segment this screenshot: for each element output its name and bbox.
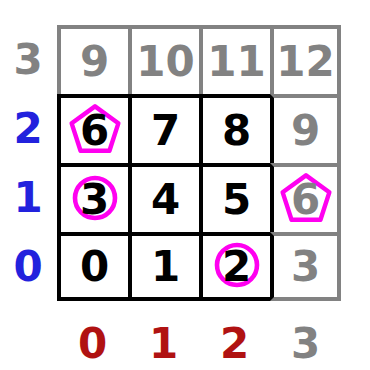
- grid-cell-x2-y1[interactable]: 5: [199, 163, 270, 232]
- cell-value: 4: [151, 179, 180, 221]
- cell-value: 6: [80, 110, 109, 152]
- cell-value: 6: [291, 179, 320, 221]
- cell-value: 9: [80, 41, 109, 83]
- row-labels: 3210: [6, 25, 50, 301]
- cell-value: 12: [276, 41, 334, 83]
- cell-value: 8: [222, 110, 251, 152]
- cell-value: 3: [80, 179, 109, 221]
- cell-value: 5: [222, 179, 251, 221]
- col-labels: 0123: [57, 318, 341, 370]
- grid-cell-x3-y1[interactable]: 6: [270, 163, 341, 232]
- cell-value: 3: [291, 246, 320, 288]
- cell-value: 2: [222, 246, 251, 288]
- grid-cell-x0-y1[interactable]: 3: [57, 163, 128, 232]
- col-label-2: 2: [199, 318, 270, 370]
- cell-value: 10: [136, 41, 194, 83]
- row-label-3: 3: [6, 25, 50, 94]
- grid-cell-x1-y0[interactable]: 1: [128, 232, 199, 301]
- grid-cell-x1-y3[interactable]: 10: [128, 25, 199, 94]
- grid-cell-x2-y2[interactable]: 8: [199, 94, 270, 163]
- grid-cell-x2-y0[interactable]: 2: [199, 232, 270, 301]
- cell-value: 9: [291, 110, 320, 152]
- col-label-0: 0: [57, 318, 128, 370]
- grid-cell-x3-y2[interactable]: 9: [270, 94, 341, 163]
- cell-value: 0: [80, 246, 109, 288]
- grid-cell-x1-y1[interactable]: 4: [128, 163, 199, 232]
- row-label-1: 1: [6, 163, 50, 232]
- row-label-0: 0: [6, 232, 50, 301]
- row-label-2: 2: [6, 94, 50, 163]
- grid-cell-x1-y2[interactable]: 7: [128, 94, 199, 163]
- grid-cell-x0-y0[interactable]: 0: [57, 232, 128, 301]
- grid-cell-x0-y2[interactable]: 6: [57, 94, 128, 163]
- cell-value: 11: [207, 41, 265, 83]
- cell-value: 1: [151, 246, 180, 288]
- grid-cell-x0-y3[interactable]: 9: [57, 25, 128, 94]
- col-label-1: 1: [128, 318, 199, 370]
- board-grid: 9101112678934560123: [57, 25, 341, 301]
- cell-value: 7: [151, 110, 180, 152]
- grid-cell-x3-y0[interactable]: 3: [270, 232, 341, 301]
- grid-cell-x3-y3[interactable]: 12: [270, 25, 341, 94]
- col-label-3: 3: [270, 318, 341, 370]
- grid-cell-x2-y3[interactable]: 11: [199, 25, 270, 94]
